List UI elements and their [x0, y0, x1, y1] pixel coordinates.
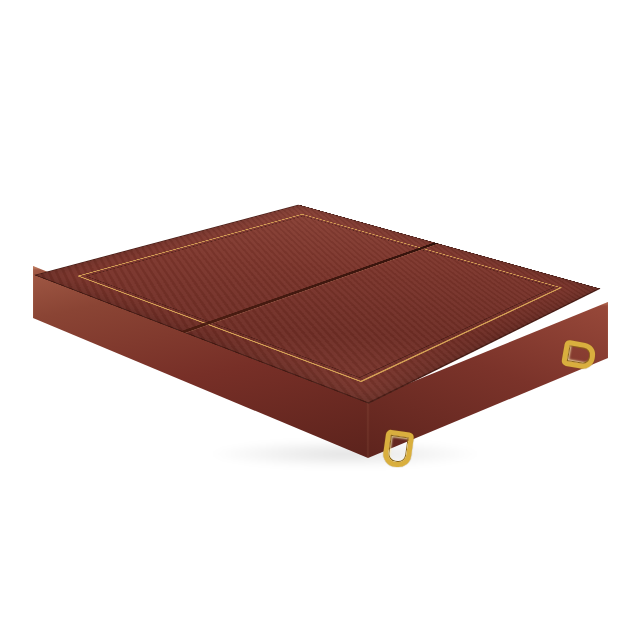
product-photo [0, 0, 640, 640]
pieces-layer [0, 0, 640, 640]
